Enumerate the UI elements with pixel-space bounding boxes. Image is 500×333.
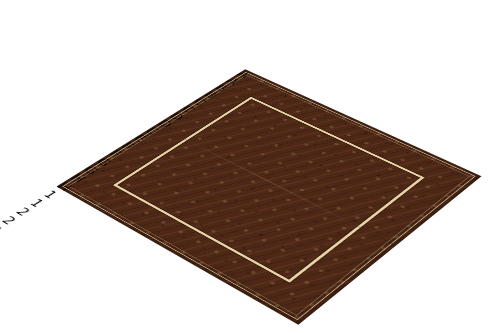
chess-board: AABBCCDDEEFFGGHH1122334455667788 ♜♞♝♛♚♝♞…	[56, 69, 481, 324]
board-3d-scene: AABBCCDDEEFFGGHH1122334455667788 ♜♞♝♛♚♝♞…	[0, 0, 500, 333]
board-border: AABBCCDDEEFFGGHH1122334455667788 ♜♞♝♛♚♝♞…	[56, 69, 481, 324]
product-photo-scene: AABBCCDDEEFFGGHH1122334455667788 ♜♞♝♛♚♝♞…	[0, 0, 500, 333]
